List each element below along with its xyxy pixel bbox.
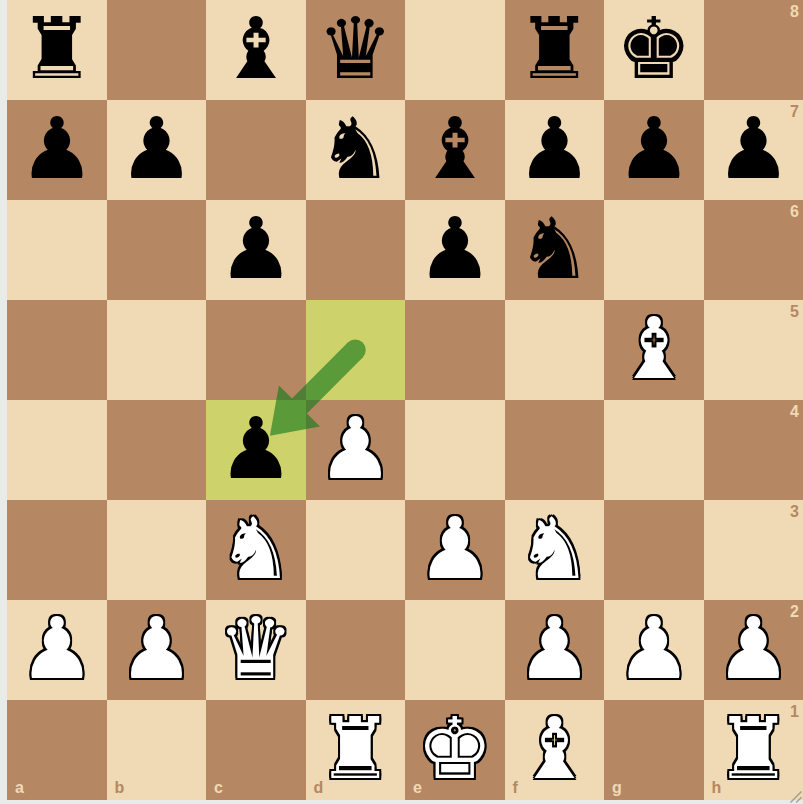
rank-label-8: 8 <box>790 4 799 20</box>
square-e1[interactable]: e♚ <box>405 700 505 800</box>
square-g2[interactable]: ♟ <box>604 600 704 700</box>
square-d2[interactable] <box>306 600 406 700</box>
square-h8[interactable]: 8 <box>704 0 803 100</box>
square-g1[interactable]: g <box>604 700 704 800</box>
file-label-c: c <box>214 780 223 796</box>
rank-label-2: 2 <box>790 604 799 620</box>
square-h6[interactable]: 6 <box>704 200 803 300</box>
square-f3[interactable]: ♞ <box>505 500 605 600</box>
square-c7[interactable] <box>206 100 306 200</box>
square-b3[interactable] <box>107 500 207 600</box>
file-label-b: b <box>115 780 125 796</box>
piece-black-pawn-e6[interactable]: ♟ <box>417 206 493 291</box>
chess-page: ♜♝♛♜♚8♟♟♞♝♟♟7♟♟♟♞6♝5♟♟4♞♟♞3♟♟♛♟♟2♟abcd♜e… <box>0 0 803 804</box>
square-e5[interactable] <box>405 300 505 400</box>
piece-white-rook-d1[interactable]: ♜ <box>317 706 393 791</box>
square-a7[interactable]: ♟ <box>7 100 107 200</box>
square-f6[interactable]: ♞ <box>505 200 605 300</box>
piece-white-rook-h1[interactable]: ♜ <box>715 706 791 791</box>
piece-black-queen-d8[interactable]: ♛ <box>317 6 393 91</box>
piece-black-pawn-c6[interactable]: ♟ <box>218 206 294 291</box>
piece-black-pawn-h7[interactable]: ♟ <box>715 106 791 191</box>
square-h2[interactable]: 2♟ <box>704 600 803 700</box>
square-a8[interactable]: ♜ <box>7 0 107 100</box>
square-a6[interactable] <box>7 200 107 300</box>
file-label-g: g <box>612 780 622 796</box>
piece-white-bishop-f1[interactable]: ♝ <box>516 706 592 791</box>
square-h7[interactable]: 7♟ <box>704 100 803 200</box>
square-h4[interactable]: 4 <box>704 400 803 500</box>
piece-black-rook-a8[interactable]: ♜ <box>19 6 95 91</box>
rank-label-4: 4 <box>790 404 799 420</box>
square-g6[interactable] <box>604 200 704 300</box>
piece-black-knight-d7[interactable]: ♞ <box>317 106 393 191</box>
square-d7[interactable]: ♞ <box>306 100 406 200</box>
piece-white-knight-c3[interactable]: ♞ <box>218 506 294 591</box>
square-e3[interactable]: ♟ <box>405 500 505 600</box>
piece-black-pawn-g7[interactable]: ♟ <box>616 106 692 191</box>
square-c1[interactable]: c <box>206 700 306 800</box>
square-e7[interactable]: ♝ <box>405 100 505 200</box>
square-a1[interactable]: a <box>7 700 107 800</box>
piece-black-king-g8[interactable]: ♚ <box>616 6 692 91</box>
square-g5[interactable]: ♝ <box>604 300 704 400</box>
square-c3[interactable]: ♞ <box>206 500 306 600</box>
square-c2[interactable]: ♛ <box>206 600 306 700</box>
square-f8[interactable]: ♜ <box>505 0 605 100</box>
piece-white-pawn-h2[interactable]: ♟ <box>715 606 791 691</box>
square-f5[interactable] <box>505 300 605 400</box>
square-d6[interactable] <box>306 200 406 300</box>
square-d3[interactable] <box>306 500 406 600</box>
chess-board: ♜♝♛♜♚8♟♟♞♝♟♟7♟♟♟♞6♝5♟♟4♞♟♞3♟♟♛♟♟2♟abcd♜e… <box>7 0 803 800</box>
piece-black-pawn-c4[interactable]: ♟ <box>218 406 294 491</box>
square-h3[interactable]: 3 <box>704 500 803 600</box>
piece-white-pawn-e3[interactable]: ♟ <box>417 506 493 591</box>
piece-white-king-e1[interactable]: ♚ <box>417 706 493 791</box>
square-b7[interactable]: ♟ <box>107 100 207 200</box>
piece-white-pawn-d4[interactable]: ♟ <box>317 406 393 491</box>
square-h1[interactable]: 1h♜ <box>704 700 803 800</box>
square-g8[interactable]: ♚ <box>604 0 704 100</box>
square-g7[interactable]: ♟ <box>604 100 704 200</box>
square-e8[interactable] <box>405 0 505 100</box>
piece-white-queen-c2[interactable]: ♛ <box>218 606 294 691</box>
rank-label-5: 5 <box>790 304 799 320</box>
square-b2[interactable]: ♟ <box>107 600 207 700</box>
square-a2[interactable]: ♟ <box>7 600 107 700</box>
square-f4[interactable] <box>505 400 605 500</box>
file-label-a: a <box>15 780 24 796</box>
square-f1[interactable]: f♝ <box>505 700 605 800</box>
piece-white-knight-f3[interactable]: ♞ <box>516 506 592 591</box>
piece-white-pawn-f2[interactable]: ♟ <box>516 606 592 691</box>
square-e2[interactable] <box>405 600 505 700</box>
piece-white-bishop-g5[interactable]: ♝ <box>616 306 692 391</box>
piece-black-rook-f8[interactable]: ♜ <box>516 6 592 91</box>
square-b5[interactable] <box>107 300 207 400</box>
piece-black-bishop-c8[interactable]: ♝ <box>218 6 294 91</box>
piece-white-pawn-b2[interactable]: ♟ <box>118 606 194 691</box>
square-d4[interactable]: ♟ <box>306 400 406 500</box>
piece-black-bishop-e7[interactable]: ♝ <box>417 106 493 191</box>
square-d8[interactable]: ♛ <box>306 0 406 100</box>
square-f7[interactable]: ♟ <box>505 100 605 200</box>
square-b6[interactable] <box>107 200 207 300</box>
piece-black-pawn-f7[interactable]: ♟ <box>516 106 592 191</box>
square-c4[interactable]: ♟ <box>206 400 306 500</box>
piece-white-pawn-a2[interactable]: ♟ <box>19 606 95 691</box>
square-g3[interactable] <box>604 500 704 600</box>
square-a4[interactable] <box>7 400 107 500</box>
square-f2[interactable]: ♟ <box>505 600 605 700</box>
piece-black-knight-f6[interactable]: ♞ <box>516 206 592 291</box>
square-e4[interactable] <box>405 400 505 500</box>
square-d1[interactable]: d♜ <box>306 700 406 800</box>
square-c8[interactable]: ♝ <box>206 0 306 100</box>
square-d5[interactable] <box>306 300 406 400</box>
square-a5[interactable] <box>7 300 107 400</box>
rank-label-6: 6 <box>790 204 799 220</box>
piece-black-pawn-a7[interactable]: ♟ <box>19 106 95 191</box>
square-c6[interactable]: ♟ <box>206 200 306 300</box>
piece-black-pawn-b7[interactable]: ♟ <box>118 106 194 191</box>
square-g4[interactable] <box>604 400 704 500</box>
square-a3[interactable] <box>7 500 107 600</box>
rank-label-3: 3 <box>790 504 799 520</box>
rank-label-1: 1 <box>790 704 799 720</box>
resize-handle-icon[interactable] <box>790 789 802 801</box>
square-b8[interactable] <box>107 0 207 100</box>
square-b4[interactable] <box>107 400 207 500</box>
square-e6[interactable]: ♟ <box>405 200 505 300</box>
rank-label-7: 7 <box>790 104 799 120</box>
square-b1[interactable]: b <box>107 700 207 800</box>
piece-white-pawn-g2[interactable]: ♟ <box>616 606 692 691</box>
square-c5[interactable] <box>206 300 306 400</box>
square-h5[interactable]: 5 <box>704 300 803 400</box>
